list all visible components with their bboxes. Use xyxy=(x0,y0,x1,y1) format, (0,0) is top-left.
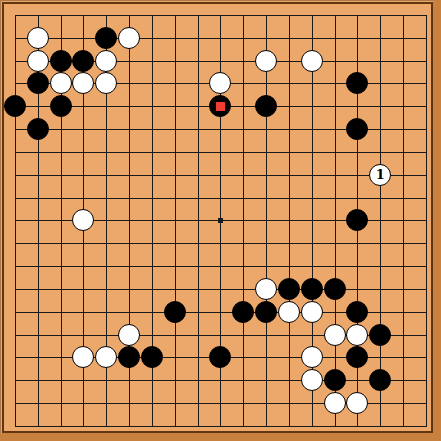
board-point xyxy=(209,95,232,118)
stone-white[interactable] xyxy=(50,72,72,94)
stone-white[interactable] xyxy=(27,50,49,72)
board-point xyxy=(323,278,346,301)
stone-white[interactable] xyxy=(255,50,277,72)
stone-black[interactable] xyxy=(324,278,346,300)
board-point xyxy=(300,346,323,369)
stone-black[interactable] xyxy=(141,346,163,368)
stone-black[interactable] xyxy=(118,346,140,368)
stones-layer: 1 xyxy=(4,4,438,438)
board-point xyxy=(255,300,278,323)
stone-white[interactable] xyxy=(95,346,117,368)
board-point xyxy=(72,209,95,232)
stone-white[interactable] xyxy=(209,72,231,94)
stone-black[interactable] xyxy=(209,346,231,368)
stone-black[interactable] xyxy=(95,27,117,49)
stone-black[interactable] xyxy=(50,95,72,117)
board-point xyxy=(72,72,95,95)
stone-black[interactable] xyxy=(50,50,72,72)
board-point xyxy=(300,300,323,323)
stone-black[interactable] xyxy=(164,301,186,323)
board-point xyxy=(49,72,72,95)
stone-black[interactable] xyxy=(27,72,49,94)
board-point xyxy=(209,72,232,95)
stone-white[interactable] xyxy=(324,392,346,414)
board-point xyxy=(346,323,369,346)
stone-black[interactable] xyxy=(255,301,277,323)
board-point xyxy=(300,49,323,72)
stone-black[interactable] xyxy=(346,118,368,140)
stone-white[interactable] xyxy=(346,392,368,414)
stone-white[interactable]: 1 xyxy=(369,164,391,186)
stone-black[interactable] xyxy=(232,301,254,323)
stone-black[interactable] xyxy=(369,369,391,391)
stone-black[interactable] xyxy=(255,95,277,117)
stone-white[interactable] xyxy=(301,50,323,72)
stone-white[interactable] xyxy=(301,301,323,323)
board-point xyxy=(300,278,323,301)
stone-black[interactable] xyxy=(4,95,26,117)
board-point xyxy=(49,95,72,118)
stone-black[interactable] xyxy=(369,324,391,346)
stone-white[interactable] xyxy=(95,50,117,72)
stone-white[interactable] xyxy=(27,27,49,49)
board-point xyxy=(346,392,369,415)
stone-white[interactable] xyxy=(324,324,346,346)
stone-white[interactable] xyxy=(72,346,94,368)
board-point xyxy=(232,300,255,323)
board-point xyxy=(26,49,49,72)
board-point xyxy=(323,323,346,346)
board-point xyxy=(255,95,278,118)
board-point xyxy=(369,369,392,392)
board-point xyxy=(26,72,49,95)
board-point xyxy=(346,300,369,323)
board-point xyxy=(26,118,49,141)
board-point xyxy=(118,26,141,49)
board-point xyxy=(118,323,141,346)
board-point xyxy=(95,26,118,49)
stone-black[interactable] xyxy=(346,72,368,94)
stone-black[interactable] xyxy=(324,369,346,391)
board-point xyxy=(278,278,301,301)
stone-white[interactable] xyxy=(95,72,117,94)
board-point xyxy=(369,323,392,346)
board-point xyxy=(4,95,27,118)
stone-black[interactable] xyxy=(346,346,368,368)
go-board[interactable]: 1 xyxy=(0,0,441,441)
board-point xyxy=(346,346,369,369)
stone-black[interactable] xyxy=(301,278,323,300)
stone-black[interactable] xyxy=(72,50,94,72)
board-point xyxy=(95,72,118,95)
stone-white[interactable] xyxy=(255,278,277,300)
stone-white[interactable] xyxy=(118,27,140,49)
board-point xyxy=(26,26,49,49)
board-point xyxy=(72,346,95,369)
board-point xyxy=(346,209,369,232)
board-point xyxy=(118,346,141,369)
move-number-label: 1 xyxy=(376,168,385,181)
board-point xyxy=(95,346,118,369)
board-point xyxy=(72,49,95,72)
board-point xyxy=(209,346,232,369)
board-point xyxy=(255,278,278,301)
board-point xyxy=(255,49,278,72)
stone-black[interactable] xyxy=(346,301,368,323)
stone-white[interactable] xyxy=(72,72,94,94)
stone-black[interactable] xyxy=(209,95,231,117)
board-point xyxy=(163,300,186,323)
stone-white[interactable] xyxy=(301,346,323,368)
stone-black[interactable] xyxy=(346,209,368,231)
stone-white[interactable] xyxy=(72,209,94,231)
board-point: 1 xyxy=(369,163,392,186)
board-point xyxy=(323,369,346,392)
board-point xyxy=(141,346,164,369)
stone-white[interactable] xyxy=(118,324,140,346)
board-point xyxy=(278,300,301,323)
board-point xyxy=(300,369,323,392)
stone-white[interactable] xyxy=(301,369,323,391)
stone-white[interactable] xyxy=(278,301,300,323)
board-point xyxy=(346,118,369,141)
board-point xyxy=(323,392,346,415)
last-move-square-marker xyxy=(216,102,225,111)
stone-black[interactable] xyxy=(278,278,300,300)
board-point xyxy=(49,49,72,72)
stone-black[interactable] xyxy=(27,118,49,140)
stone-white[interactable] xyxy=(346,324,368,346)
board-point xyxy=(346,72,369,95)
board-point xyxy=(95,49,118,72)
